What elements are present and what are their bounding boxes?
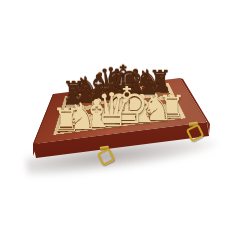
pieces-layer: ♜♞♝♛♚♝♞♜♟♟♟♟♟♟♟♟♟♟♟♟♟♟♟♟♜♞♝♛♚♝♞♜: [0, 0, 228, 228]
product-photo-stage: ♜♞♝♛♚♝♞♜♟♟♟♟♟♟♟♟♟♟♟♟♟♟♟♟♜♞♝♛♚♝♞♜: [0, 0, 228, 228]
piece-white-rook-a1[interactable]: ♜: [52, 104, 81, 136]
brass-clasp-right: [185, 121, 206, 143]
brass-clasp-left: [96, 145, 117, 167]
